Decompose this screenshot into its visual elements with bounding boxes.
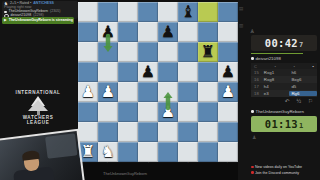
stream-screen: ♞ 2+5 • Rated • ANTICHESS Playing right … — [0, 0, 320, 180]
logo-text-top: INTERNATIONAL — [6, 90, 70, 95]
square-c3[interactable] — [118, 102, 138, 122]
square-h4[interactable]: ♟ — [218, 82, 238, 102]
streaming-banner[interactable]: ▶ TheUnknownGuyReborn is streaming — [2, 17, 74, 24]
square-e1[interactable] — [158, 142, 178, 162]
white-knight: ♞ — [98, 142, 118, 162]
white-pawn: ♟ — [78, 82, 98, 102]
square-e4[interactable] — [158, 82, 178, 102]
black-pawn: ♟ — [98, 22, 118, 42]
webcam-background — [45, 133, 77, 158]
tree-icon-base — [28, 100, 48, 111]
bottom-caption: TheUnknownGuyReborn — [103, 171, 147, 176]
streamer-webcam — [0, 129, 85, 180]
bottom-player-disc-icon — [251, 110, 254, 113]
bottom-player-name[interactable]: TheUnknownGuyReborn — [256, 109, 304, 114]
move-white[interactable]: e3 — [262, 91, 290, 96]
draw-offer-icon[interactable]: ½ — [296, 98, 301, 104]
white-pawn: ♟ — [158, 102, 178, 122]
square-g1[interactable] — [198, 142, 218, 162]
bottom-clock-tenths: 1 — [299, 122, 303, 132]
square-g7[interactable] — [198, 22, 218, 42]
move-row: 18e3Rg6 — [251, 90, 317, 97]
square-d3[interactable] — [138, 102, 158, 122]
resign-flag-icon[interactable]: ⚐ — [308, 98, 313, 104]
bottom-player-row[interactable]: TheUnknownGuyReborn — [251, 109, 317, 114]
toolbar-dot-icon-1[interactable]: • — [275, 64, 276, 69]
square-e5[interactable] — [158, 62, 178, 82]
square-h3[interactable] — [218, 102, 238, 122]
white-player-rating: (2305) — [50, 10, 60, 14]
square-d4[interactable] — [138, 82, 158, 102]
square-b3[interactable] — [98, 102, 118, 122]
square-g8[interactable] — [198, 2, 218, 22]
misc-pawn-icon: ♟ — [252, 134, 256, 140]
move-white[interactable]: h4 — [262, 84, 290, 89]
toolbar-dot-icon-2[interactable]: • — [294, 64, 295, 69]
square-d2[interactable] — [138, 122, 158, 142]
variant-link[interactable]: ANTICHESS — [33, 2, 54, 6]
move-row: 17h4d5 — [251, 83, 317, 90]
square-h1[interactable] — [218, 142, 238, 162]
square-e3[interactable]: ♟ — [158, 102, 178, 122]
move-row: 16Rxg8Bxg6 — [251, 76, 317, 83]
game-controls: ↶ ½ ⚐ — [251, 98, 317, 104]
game-side-panel: ▤ ▥ ♙ 00:42 7 deivart21098 C • • ▪ 15Rxg… — [238, 0, 320, 180]
square-h5[interactable]: ♟ — [218, 62, 238, 82]
square-g2[interactable] — [198, 122, 218, 142]
white-pawn: ♟ — [98, 82, 118, 102]
stream-ticker: New videos daily on YouTube Join the Dis… — [251, 165, 317, 176]
square-h6[interactable] — [218, 42, 238, 62]
square-e6[interactable] — [158, 42, 178, 62]
square-a4[interactable]: ♟ — [78, 82, 98, 102]
square-d6[interactable] — [138, 42, 158, 62]
logo-text-bottom: LEAGUE — [6, 120, 70, 125]
square-a6[interactable] — [78, 42, 98, 62]
square-a3[interactable] — [78, 102, 98, 122]
chess-board[interactable]: ♝♟♟♜♟♟♟♟♟♟♜♞ — [78, 2, 238, 162]
square-e8[interactable] — [158, 2, 178, 22]
square-f8[interactable]: ♝ — [178, 2, 198, 22]
square-e7[interactable]: ♟ — [158, 22, 178, 42]
square-f5[interactable] — [178, 62, 198, 82]
square-a2[interactable] — [78, 122, 98, 142]
square-b8[interactable] — [98, 2, 118, 22]
move-number: 17 — [251, 84, 262, 89]
league-logo: INTERNATIONAL WATCHERS LEAGUE — [6, 90, 70, 125]
square-c6[interactable] — [118, 42, 138, 62]
square-d8[interactable] — [138, 2, 158, 22]
square-g3[interactable] — [198, 102, 218, 122]
time-progress-bar — [251, 53, 303, 55]
move-white[interactable]: Rxg1 — [262, 70, 290, 75]
takeback-icon[interactable]: ↶ — [285, 98, 290, 104]
top-clock-time: 00:42 — [265, 37, 298, 49]
black-pawn: ♟ — [138, 62, 158, 82]
square-a5[interactable] — [78, 62, 98, 82]
square-h7[interactable] — [218, 22, 238, 42]
square-g6[interactable]: ♜ — [198, 42, 218, 62]
move-black[interactable]: h6 — [289, 70, 317, 75]
top-player-row[interactable]: deivart21098 — [251, 56, 317, 61]
move-black[interactable]: Bxg6 — [289, 77, 317, 82]
white-pawn: ♟ — [218, 82, 238, 102]
panel-toggle-icon-1[interactable]: ▤ — [239, 6, 243, 11]
square-f6[interactable] — [178, 42, 198, 62]
black-rook: ♜ — [198, 42, 218, 62]
bottom-bar: TheUnknownGuyReborn — [77, 163, 238, 180]
move-list: 15Rxg1h616Rxg8Bxg617h4d518e3Rg6 — [251, 69, 317, 97]
toolbar-square-icon[interactable]: ▪ — [313, 64, 314, 69]
square-c5[interactable] — [118, 62, 138, 82]
red-dot-icon — [251, 166, 254, 169]
square-b7[interactable]: ♟ — [98, 22, 118, 42]
square-b4[interactable]: ♟ — [98, 82, 118, 102]
square-c7[interactable] — [118, 22, 138, 42]
black-pawn: ♟ — [218, 62, 238, 82]
square-d5[interactable]: ♟ — [138, 62, 158, 82]
top-player-name[interactable]: deivart21098 — [256, 56, 281, 61]
pawn-tab-icon: ♙ — [250, 28, 254, 34]
square-b2[interactable] — [98, 122, 118, 142]
square-d1[interactable] — [138, 142, 158, 162]
ticker-line: Join the Discord community — [251, 171, 317, 175]
move-black[interactable]: d5 — [289, 84, 317, 89]
streaming-banner-text: TheUnknownGuyReborn is streaming — [9, 18, 73, 22]
top-clock-tenths: 7 — [299, 41, 303, 51]
bottom-clock-time: 01:13 — [265, 118, 298, 130]
square-b1[interactable]: ♞ — [98, 142, 118, 162]
square-c8[interactable] — [118, 2, 138, 22]
top-player-clock: 00:42 7 — [251, 35, 317, 51]
square-f4[interactable] — [178, 82, 198, 102]
move-number: 15 — [251, 70, 262, 75]
square-b6[interactable] — [98, 42, 118, 62]
square-c1[interactable] — [118, 142, 138, 162]
square-a7[interactable] — [78, 22, 98, 42]
square-b5[interactable] — [98, 62, 118, 82]
white-disc-icon — [4, 11, 7, 14]
move-number: 18 — [251, 91, 262, 96]
square-g5[interactable] — [198, 62, 218, 82]
move-black[interactable]: Rg6 — [289, 91, 317, 96]
move-white[interactable]: Rxg8 — [262, 77, 290, 82]
square-g4[interactable] — [198, 82, 218, 102]
square-d7[interactable] — [138, 22, 158, 42]
move-row: 15Rxg1h6 — [251, 69, 317, 76]
move-number: 16 — [251, 77, 262, 82]
black-pawn: ♟ — [158, 22, 178, 42]
square-e2[interactable] — [158, 122, 178, 142]
square-f1[interactable] — [178, 142, 198, 162]
ticker-line: New videos daily on YouTube — [251, 165, 317, 169]
bottom-player-clock: 01:13 1 — [251, 116, 317, 132]
square-h8[interactable] — [218, 2, 238, 22]
square-f3[interactable] — [178, 102, 198, 122]
top-player-disc-icon — [251, 57, 254, 60]
panel-toggle-icon-2[interactable]: ▥ — [239, 23, 243, 28]
square-a8[interactable] — [78, 2, 98, 22]
streamer-silhouette — [15, 149, 54, 180]
square-c4[interactable] — [118, 82, 138, 102]
square-h2[interactable] — [218, 122, 238, 142]
video-camera-icon: ▶ — [4, 18, 7, 22]
black-bishop: ♝ — [178, 2, 198, 22]
square-c2[interactable] — [118, 122, 138, 142]
square-f2[interactable] — [178, 122, 198, 142]
red-dot-icon — [251, 171, 254, 174]
square-f7[interactable] — [178, 22, 198, 42]
engine-toggle-icon[interactable]: C — [254, 64, 257, 69]
